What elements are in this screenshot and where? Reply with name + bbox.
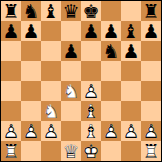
- piece-glyph: ♟: [141, 21, 161, 41]
- square-h2[interactable]: ♟♙: [141, 121, 161, 141]
- piece-black-king[interactable]: ♚: [81, 1, 101, 21]
- piece-glyph-outline: ♘: [61, 81, 81, 101]
- square-e5[interactable]: [81, 61, 101, 81]
- piece-glyph-outline: ♕: [61, 141, 81, 161]
- piece-black-pawn[interactable]: ♟: [101, 21, 121, 41]
- square-b3[interactable]: [21, 101, 41, 121]
- square-e6[interactable]: [81, 41, 101, 61]
- square-c7[interactable]: [41, 21, 61, 41]
- piece-glyph: ♟: [61, 41, 81, 61]
- square-g3[interactable]: [121, 101, 141, 121]
- square-e7[interactable]: ♟: [81, 21, 101, 41]
- square-a7[interactable]: ♟: [1, 21, 21, 41]
- piece-black-queen[interactable]: ♛: [61, 1, 81, 21]
- square-d3[interactable]: [61, 101, 81, 121]
- square-f5[interactable]: [101, 61, 121, 81]
- piece-glyph: ♟: [21, 21, 41, 41]
- square-e8[interactable]: ♚: [81, 1, 101, 21]
- square-a6[interactable]: [1, 41, 21, 61]
- piece-white-pawn[interactable]: ♟♙: [121, 121, 141, 141]
- piece-white-pawn[interactable]: ♟♙: [21, 121, 41, 141]
- square-b1[interactable]: [21, 141, 41, 161]
- piece-black-pawn[interactable]: ♟: [121, 41, 141, 61]
- square-d6[interactable]: ♟: [61, 41, 81, 61]
- piece-black-pawn[interactable]: ♟: [141, 21, 161, 41]
- piece-glyph: ♟: [121, 41, 141, 61]
- piece-black-pawn[interactable]: ♟: [1, 21, 21, 41]
- piece-glyph-outline: ♔: [81, 141, 101, 161]
- square-b6[interactable]: [21, 41, 41, 61]
- piece-glyph: ♟: [81, 21, 101, 41]
- square-d4[interactable]: ♞♘: [61, 81, 81, 101]
- piece-white-pawn[interactable]: ♟♙: [141, 121, 161, 141]
- square-a4[interactable]: [1, 81, 21, 101]
- square-h5[interactable]: [141, 61, 161, 81]
- piece-white-pawn[interactable]: ♟♙: [81, 81, 101, 101]
- square-a5[interactable]: [1, 61, 21, 81]
- square-c3[interactable]: ♞♘: [41, 101, 61, 121]
- square-b2[interactable]: ♟♙: [21, 121, 41, 141]
- square-a1[interactable]: ♜♖: [1, 141, 21, 161]
- piece-black-rook[interactable]: ♜: [141, 1, 161, 21]
- square-g7[interactable]: ♝: [121, 21, 141, 41]
- piece-glyph: ♟: [1, 21, 21, 41]
- piece-white-pawn[interactable]: ♟♙: [101, 121, 121, 141]
- piece-white-knight[interactable]: ♞♘: [61, 81, 81, 101]
- square-e2[interactable]: ♝♗: [81, 121, 101, 141]
- square-f6[interactable]: ♞: [101, 41, 121, 61]
- piece-black-pawn[interactable]: ♟: [61, 41, 81, 61]
- square-f8[interactable]: [101, 1, 121, 21]
- piece-glyph-outline: ♖: [141, 141, 161, 161]
- piece-glyph-outline: ♙: [81, 81, 101, 101]
- piece-black-knight[interactable]: ♞: [101, 41, 121, 61]
- piece-white-pawn[interactable]: ♟♙: [41, 121, 61, 141]
- square-d7[interactable]: [61, 21, 81, 41]
- square-d2[interactable]: [61, 121, 81, 141]
- piece-glyph-outline: ♙: [101, 121, 121, 141]
- chess-board: ♜♞♝♛♚♜♟♟♟♟♝♟♟♞♟♞♘♟♙♞♘♝♗♟♙♟♙♟♙♝♗♟♙♟♙♟♙♜♖♛…: [0, 0, 162, 162]
- piece-glyph-outline: ♖: [1, 141, 21, 161]
- piece-black-pawn[interactable]: ♟: [21, 21, 41, 41]
- square-h1[interactable]: ♜♖: [141, 141, 161, 161]
- square-f7[interactable]: ♟: [101, 21, 121, 41]
- square-f4[interactable]: [101, 81, 121, 101]
- piece-glyph-outline: ♘: [41, 101, 61, 121]
- square-d8[interactable]: ♛: [61, 1, 81, 21]
- square-h3[interactable]: [141, 101, 161, 121]
- square-c6[interactable]: [41, 41, 61, 61]
- square-e1[interactable]: ♚♔: [81, 141, 101, 161]
- piece-black-knight[interactable]: ♞: [21, 1, 41, 21]
- piece-glyph: ♝: [121, 21, 141, 41]
- square-f2[interactable]: ♟♙: [101, 121, 121, 141]
- square-f1[interactable]: [101, 141, 121, 161]
- piece-black-rook[interactable]: ♜: [1, 1, 21, 21]
- square-c1[interactable]: [41, 141, 61, 161]
- square-h7[interactable]: ♟: [141, 21, 161, 41]
- square-g6[interactable]: ♟: [121, 41, 141, 61]
- piece-black-bishop[interactable]: ♝: [41, 1, 61, 21]
- piece-glyph-outline: ♙: [1, 121, 21, 141]
- square-g5[interactable]: [121, 61, 141, 81]
- piece-glyph-outline: ♗: [81, 101, 101, 121]
- square-c5[interactable]: [41, 61, 61, 81]
- square-b7[interactable]: ♟: [21, 21, 41, 41]
- piece-glyph: ♚: [81, 1, 101, 21]
- square-g8[interactable]: [121, 1, 141, 21]
- square-e4[interactable]: ♟♙: [81, 81, 101, 101]
- piece-glyph: ♛: [61, 1, 81, 21]
- piece-white-knight[interactable]: ♞♘: [41, 101, 61, 121]
- square-h4[interactable]: [141, 81, 161, 101]
- square-g4[interactable]: [121, 81, 141, 101]
- piece-glyph: ♜: [141, 1, 161, 21]
- piece-glyph: ♞: [21, 1, 41, 21]
- piece-black-bishop[interactable]: ♝: [121, 21, 141, 41]
- piece-white-bishop[interactable]: ♝♗: [81, 121, 101, 141]
- square-h8[interactable]: ♜: [141, 1, 161, 21]
- square-b5[interactable]: [21, 61, 41, 81]
- piece-white-queen[interactable]: ♛♕: [61, 141, 81, 161]
- piece-glyph: ♜: [1, 1, 21, 21]
- piece-glyph: ♝: [41, 1, 61, 21]
- piece-white-pawn[interactable]: ♟♙: [1, 121, 21, 141]
- piece-black-pawn[interactable]: ♟: [81, 21, 101, 41]
- piece-glyph-outline: ♙: [41, 121, 61, 141]
- piece-glyph-outline: ♙: [21, 121, 41, 141]
- square-e3[interactable]: ♝♗: [81, 101, 101, 121]
- square-c4[interactable]: [41, 81, 61, 101]
- piece-glyph-outline: ♙: [121, 121, 141, 141]
- square-g2[interactable]: ♟♙: [121, 121, 141, 141]
- square-c2[interactable]: ♟♙: [41, 121, 61, 141]
- square-a8[interactable]: ♜: [1, 1, 21, 21]
- square-d1[interactable]: ♛♕: [61, 141, 81, 161]
- piece-glyph-outline: ♗: [81, 121, 101, 141]
- square-c8[interactable]: ♝: [41, 1, 61, 21]
- piece-white-king[interactable]: ♚♔: [81, 141, 101, 161]
- piece-white-bishop[interactable]: ♝♗: [81, 101, 101, 121]
- square-b4[interactable]: [21, 81, 41, 101]
- square-a2[interactable]: ♟♙: [1, 121, 21, 141]
- piece-glyph-outline: ♙: [141, 121, 161, 141]
- square-d5[interactable]: [61, 61, 81, 81]
- square-f3[interactable]: [101, 101, 121, 121]
- square-g1[interactable]: [121, 141, 141, 161]
- square-b8[interactable]: ♞: [21, 1, 41, 21]
- piece-glyph: ♟: [101, 21, 121, 41]
- square-a3[interactable]: [1, 101, 21, 121]
- piece-white-rook[interactable]: ♜♖: [1, 141, 21, 161]
- piece-white-rook[interactable]: ♜♖: [141, 141, 161, 161]
- square-h6[interactable]: [141, 41, 161, 61]
- piece-glyph: ♞: [101, 41, 121, 61]
